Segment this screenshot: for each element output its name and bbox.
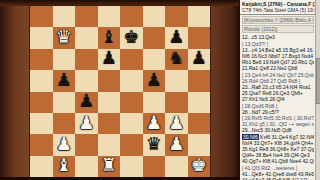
square-b1[interactable]: ♝	[53, 156, 76, 177]
square-c6[interactable]	[75, 49, 98, 70]
piece-black-king[interactable]: ♚	[123, 28, 139, 46]
square-d8[interactable]	[98, 6, 121, 27]
scrollbar[interactable]	[315, 0, 320, 180]
move-list[interactable]: [Kryvoruchko,Y (2666)-Brkic,A (2613)/Plo…	[240, 14, 315, 180]
square-e4[interactable]	[120, 92, 143, 113]
square-h2[interactable]	[188, 134, 211, 155]
notation-panel: Karjakin,S (2769) - Caruana,F (2736) 1/2…	[239, 0, 320, 180]
square-b7[interactable]: ♛	[53, 27, 76, 48]
game-header: Karjakin,S (2769) - Caruana,F (2736) 1/2…	[240, 0, 320, 15]
square-h1[interactable]: ♚	[188, 156, 211, 177]
wood-frame-bottom	[0, 177, 239, 180]
square-h4[interactable]	[188, 92, 211, 113]
square-g2[interactable]: ♟	[165, 134, 188, 155]
move-line[interactable]: 44.c4 Kc7 45.Rc5 Kf6 1/2-1/2	[242, 177, 314, 180]
square-a6[interactable]	[30, 49, 53, 70]
square-f8[interactable]	[143, 6, 166, 27]
square-d1[interactable]: ♜	[98, 156, 121, 177]
square-a5[interactable]	[30, 70, 53, 91]
piece-white-pawn[interactable]: ♟	[56, 135, 72, 153]
square-d7[interactable]: ♝	[98, 27, 121, 48]
square-h6[interactable]: ♟	[188, 49, 211, 70]
square-h3[interactable]	[188, 113, 211, 134]
square-a3[interactable]	[30, 113, 53, 134]
move-line[interactable]: Plovdiv (2012)]	[242, 25, 314, 33]
square-b8[interactable]	[53, 6, 76, 27]
square-g6[interactable]: ♞	[165, 49, 188, 70]
square-e3[interactable]	[120, 113, 143, 134]
square-a7[interactable]	[30, 27, 53, 48]
square-f2[interactable]: ♛	[143, 134, 166, 155]
square-e2[interactable]	[120, 134, 143, 155]
square-b6[interactable]	[53, 49, 76, 70]
square-a8[interactable]	[30, 6, 53, 27]
square-f4[interactable]	[143, 92, 166, 113]
piece-black-pawn[interactable]: ♟	[56, 71, 72, 89]
square-d2[interactable]	[98, 134, 121, 155]
move-line[interactable]: [Kryvoruchko,Y (2666)-Brkic,A (2613)/	[242, 16, 314, 24]
square-e7[interactable]: ♚	[120, 27, 143, 48]
piece-white-pawn[interactable]: ♟	[168, 135, 184, 153]
square-c3[interactable]: ♟	[75, 113, 98, 134]
square-g5[interactable]	[165, 70, 188, 91]
square-g4[interactable]	[165, 92, 188, 113]
piece-white-queen[interactable]: ♛	[56, 28, 72, 46]
square-f5[interactable]: ♟	[143, 70, 166, 91]
square-d6[interactable]: ♟	[98, 49, 121, 70]
square-h7[interactable]	[188, 27, 211, 48]
piece-black-pawn[interactable]: ♟	[146, 71, 162, 89]
selected-move[interactable]: 30.Nf6	[242, 134, 259, 140]
square-c8[interactable]	[75, 6, 98, 27]
piece-white-pawn[interactable]: ♟	[78, 114, 94, 132]
square-d3[interactable]	[98, 113, 121, 134]
square-g7[interactable]: ♟	[165, 27, 188, 48]
app-window: ♛♝♚♟♟♞♟♟♟♟♟♟♟♟♛♟♝♜♚ Karjakin,S (2769) - …	[0, 0, 320, 180]
square-a4[interactable]	[30, 92, 53, 113]
piece-white-bishop[interactable]: ♝	[56, 156, 72, 174]
piece-white-rook[interactable]: ♜	[101, 156, 117, 174]
move-line[interactable]: [ 23.Qe4 b4 24.Ne2 Qb7 25.Qxb7 Nxb7	[242, 72, 314, 78]
piece-black-bishop[interactable]: ♝	[101, 28, 117, 46]
piece-black-pawn[interactable]: ♟	[191, 49, 207, 67]
square-f7[interactable]	[143, 27, 166, 48]
piece-black-queen[interactable]: ♛	[146, 135, 162, 153]
piece-white-pawn[interactable]: ♟	[146, 114, 162, 132]
scrollbar-thumb[interactable]	[316, 58, 320, 104]
square-b2[interactable]: ♟	[53, 134, 76, 155]
piece-black-pawn[interactable]: ♟	[168, 28, 184, 46]
piece-black-pawn[interactable]: ♟	[78, 92, 94, 110]
piece-white-pawn[interactable]: ♟	[168, 114, 184, 132]
square-c4[interactable]: ♟	[75, 92, 98, 113]
square-b3[interactable]	[53, 113, 76, 134]
square-a2[interactable]	[30, 134, 53, 155]
square-g3[interactable]: ♟	[165, 113, 188, 134]
square-f6[interactable]	[143, 49, 166, 70]
square-c5[interactable]	[75, 70, 98, 91]
square-f3[interactable]: ♟	[143, 113, 166, 134]
square-e5[interactable]	[120, 70, 143, 91]
square-a1[interactable]	[30, 156, 53, 177]
square-g8[interactable]	[165, 6, 188, 27]
square-g1[interactable]	[165, 156, 188, 177]
square-b4[interactable]	[53, 92, 76, 113]
square-c2[interactable]	[75, 134, 98, 155]
move-line-current[interactable]: 30.Nf6 Kxf6 31.Qe4 Kg7 32.Nf4	[242, 134, 314, 140]
game-event: C78 74th Tata Steel GMA (5) 19.01.2012	[242, 7, 318, 13]
square-d5[interactable]	[98, 70, 121, 91]
square-c7[interactable]	[75, 27, 98, 48]
square-e8[interactable]	[120, 6, 143, 27]
square-h5[interactable]	[188, 70, 211, 91]
square-b5[interactable]: ♟	[53, 70, 76, 91]
square-d4[interactable]	[98, 92, 121, 113]
square-h8[interactable]	[188, 6, 211, 27]
piece-white-king[interactable]: ♚	[191, 156, 207, 174]
square-f1[interactable]	[143, 156, 166, 177]
square-e1[interactable]	[120, 156, 143, 177]
piece-black-pawn[interactable]: ♟	[101, 49, 117, 67]
chess-board[interactable]: ♛♝♚♟♟♞♟♟♟♟♟♟♟♟♛♟♝♜♚	[30, 6, 210, 177]
square-c1[interactable]	[75, 156, 98, 177]
square-e6[interactable]	[120, 49, 143, 70]
piece-black-knight[interactable]: ♞	[168, 49, 184, 67]
move-line[interactable]: 40.Qg7+ Kf8 41.Qb8 Nxe4 42.Qd1	[242, 158, 314, 164]
